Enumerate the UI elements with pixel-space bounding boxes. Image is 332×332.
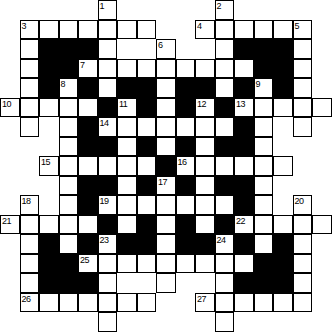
clue-number: 15	[41, 157, 50, 167]
cell-11-16[interactable]	[312, 215, 332, 235]
block-12-10	[195, 234, 215, 254]
cell-6-3[interactable]	[59, 117, 79, 137]
void-6-16	[312, 117, 332, 137]
block-7-11	[215, 137, 235, 157]
cell-11-3[interactable]	[59, 215, 79, 235]
clue-number: 2	[217, 1, 222, 11]
clue-number: 14	[100, 118, 109, 128]
block-14-4	[78, 273, 98, 293]
void-7-15	[293, 137, 313, 157]
cell-15-15[interactable]	[293, 293, 313, 313]
cell-6-1[interactable]	[20, 117, 40, 137]
cell-3-7[interactable]	[137, 59, 157, 79]
void-16-3	[59, 312, 79, 332]
cell-5-13[interactable]	[254, 98, 274, 118]
clue-number: 13	[236, 99, 245, 109]
cell-8-12[interactable]	[234, 156, 254, 176]
cell-10-5[interactable]: 19	[98, 195, 118, 215]
cell-14-8[interactable]	[156, 273, 176, 293]
cell-15-13[interactable]	[254, 293, 274, 313]
block-5-11	[215, 98, 235, 118]
cell-3-11[interactable]	[215, 59, 235, 79]
block-2-12	[234, 39, 254, 59]
void-2-9	[176, 39, 196, 59]
block-7-4	[78, 137, 98, 157]
cell-14-15[interactable]	[293, 273, 313, 293]
block-4-4	[78, 78, 98, 98]
cell-3-6[interactable]	[117, 59, 137, 79]
cell-4-13[interactable]: 9	[254, 78, 274, 98]
void-9-0	[0, 176, 20, 196]
cell-15-5[interactable]	[98, 293, 118, 313]
cell-13-5[interactable]	[98, 254, 118, 274]
cell-13-1[interactable]	[20, 254, 40, 274]
cell-13-15[interactable]	[293, 254, 313, 274]
cell-9-13[interactable]	[254, 176, 274, 196]
void-16-7	[137, 312, 157, 332]
void-3-0	[0, 59, 20, 79]
cell-11-14[interactable]	[273, 215, 293, 235]
cell-5-3[interactable]	[59, 98, 79, 118]
cell-14-1[interactable]	[20, 273, 40, 293]
cell-2-8[interactable]: 6	[156, 39, 176, 59]
block-7-5	[98, 137, 118, 157]
cell-6-8[interactable]	[156, 117, 176, 137]
block-7-9	[176, 137, 196, 157]
cell-9-10[interactable]	[195, 176, 215, 196]
void-0-0	[0, 0, 20, 20]
block-6-12	[234, 117, 254, 137]
cell-15-2[interactable]	[39, 293, 59, 313]
cell-1-14[interactable]	[273, 20, 293, 40]
cell-5-4[interactable]	[78, 98, 98, 118]
cell-1-5[interactable]	[98, 20, 118, 40]
void-14-9	[176, 273, 196, 293]
cell-0-5[interactable]: 1	[98, 0, 118, 20]
cell-16-11[interactable]	[215, 312, 235, 332]
cell-5-14[interactable]	[273, 98, 293, 118]
block-12-14	[273, 234, 293, 254]
void-0-15	[293, 0, 313, 20]
void-15-16	[312, 293, 332, 313]
block-13-13	[254, 254, 274, 274]
block-14-3	[59, 273, 79, 293]
cell-16-5[interactable]	[98, 312, 118, 332]
block-5-9	[176, 98, 196, 118]
cell-6-11[interactable]	[215, 117, 235, 137]
cell-13-7[interactable]	[137, 254, 157, 274]
block-11-5	[98, 215, 118, 235]
void-6-14	[273, 117, 293, 137]
cell-7-13[interactable]	[254, 137, 274, 157]
cell-6-10[interactable]	[195, 117, 215, 137]
void-10-14	[273, 195, 293, 215]
cell-12-15[interactable]	[293, 234, 313, 254]
void-9-16	[312, 176, 332, 196]
void-16-8	[156, 312, 176, 332]
block-11-9	[176, 215, 196, 235]
cell-13-12[interactable]	[234, 254, 254, 274]
void-7-2	[39, 137, 59, 157]
cell-0-11[interactable]: 2	[215, 0, 235, 20]
void-2-10	[195, 39, 215, 59]
cell-13-11[interactable]	[215, 254, 235, 274]
cell-10-7[interactable]	[137, 195, 157, 215]
void-16-9	[176, 312, 196, 332]
void-0-1	[20, 0, 40, 20]
void-7-0	[0, 137, 20, 157]
cell-12-11[interactable]: 24	[215, 234, 235, 254]
cell-8-5[interactable]	[98, 156, 118, 176]
block-7-7	[137, 137, 157, 157]
block-4-2	[39, 78, 59, 98]
block-13-2	[39, 254, 59, 274]
void-8-0	[0, 156, 20, 176]
void-6-0	[0, 117, 20, 137]
block-3-13	[254, 59, 274, 79]
void-0-14	[273, 0, 293, 20]
cell-4-11[interactable]	[215, 78, 235, 98]
clue-number: 3	[22, 21, 27, 31]
block-9-5	[98, 176, 118, 196]
void-10-2	[39, 195, 59, 215]
clue-number: 1	[100, 1, 105, 11]
cell-13-10[interactable]	[195, 254, 215, 274]
cell-13-8[interactable]	[156, 254, 176, 274]
cell-4-3[interactable]: 8	[59, 78, 79, 98]
cell-3-9[interactable]	[176, 59, 196, 79]
cell-11-6[interactable]	[117, 215, 137, 235]
block-9-12	[234, 176, 254, 196]
void-16-10	[195, 312, 215, 332]
clue-number: 20	[295, 196, 304, 206]
cell-1-2[interactable]	[39, 20, 59, 40]
cell-9-8[interactable]: 17	[156, 176, 176, 196]
clue-number: 6	[158, 40, 163, 50]
cell-11-10[interactable]	[195, 215, 215, 235]
cell-12-8[interactable]	[156, 234, 176, 254]
cell-3-5[interactable]	[98, 59, 118, 79]
clue-number: 24	[217, 235, 226, 245]
block-14-12	[234, 273, 254, 293]
block-10-4	[78, 195, 98, 215]
block-4-14	[273, 78, 293, 98]
void-1-16	[312, 20, 332, 40]
void-0-6	[117, 0, 137, 20]
cell-4-5[interactable]	[98, 78, 118, 98]
void-0-7	[137, 0, 157, 20]
cell-13-4[interactable]: 25	[78, 254, 98, 274]
void-1-8	[156, 20, 176, 40]
cell-14-5[interactable]	[98, 273, 118, 293]
block-12-6	[117, 234, 137, 254]
cell-1-6[interactable]	[117, 20, 137, 40]
clue-number: 16	[178, 157, 187, 167]
cell-15-7[interactable]	[137, 293, 157, 313]
void-0-4	[78, 0, 98, 20]
cell-5-6[interactable]: 11	[117, 98, 137, 118]
void-9-15	[293, 176, 313, 196]
cell-7-6[interactable]	[117, 137, 137, 157]
clue-number: 9	[256, 79, 261, 89]
block-11-7	[137, 215, 157, 235]
cell-4-8[interactable]	[156, 78, 176, 98]
cell-3-15[interactable]	[293, 59, 313, 79]
block-3-3	[59, 59, 79, 79]
block-9-4	[78, 176, 98, 196]
block-12-7	[137, 234, 157, 254]
cell-5-16[interactable]	[312, 98, 332, 118]
cell-15-1[interactable]: 26	[20, 293, 40, 313]
cell-1-3[interactable]	[59, 20, 79, 40]
cell-8-6[interactable]	[117, 156, 137, 176]
block-14-13	[254, 273, 274, 293]
cell-12-1[interactable]	[20, 234, 40, 254]
block-13-3	[59, 254, 79, 274]
cell-3-1[interactable]	[20, 59, 40, 79]
void-7-1	[20, 137, 40, 157]
void-2-0	[0, 39, 20, 59]
cell-6-13[interactable]	[254, 117, 274, 137]
clue-number: 25	[80, 255, 89, 265]
void-16-1	[20, 312, 40, 332]
void-0-12	[234, 0, 254, 20]
cell-11-12[interactable]: 22	[234, 215, 254, 235]
cell-8-11[interactable]	[215, 156, 235, 176]
void-0-9	[176, 0, 196, 20]
block-2-2	[39, 39, 59, 59]
void-9-14	[273, 176, 293, 196]
clue-number: 10	[2, 99, 11, 109]
cell-2-1[interactable]	[20, 39, 40, 59]
void-0-10	[195, 0, 215, 20]
block-11-11	[215, 215, 235, 235]
cell-15-6[interactable]	[117, 293, 137, 313]
block-4-7	[137, 78, 157, 98]
block-2-3	[59, 39, 79, 59]
clue-number: 18	[22, 196, 31, 206]
cell-1-10[interactable]: 4	[195, 20, 215, 40]
void-15-8	[156, 293, 176, 313]
cell-6-15[interactable]	[293, 117, 313, 137]
cell-1-11[interactable]	[215, 20, 235, 40]
void-6-2	[39, 117, 59, 137]
void-14-10	[195, 273, 215, 293]
void-7-16	[312, 137, 332, 157]
cell-2-15[interactable]	[293, 39, 313, 59]
cell-3-4[interactable]: 7	[78, 59, 98, 79]
cell-9-6[interactable]	[117, 176, 137, 196]
cell-11-2[interactable]	[39, 215, 59, 235]
clue-number: 12	[197, 99, 206, 109]
block-4-9	[176, 78, 196, 98]
block-5-7	[137, 98, 157, 118]
cell-6-5[interactable]: 14	[98, 117, 118, 137]
cell-7-10[interactable]	[195, 137, 215, 157]
block-5-5	[98, 98, 118, 118]
block-3-2	[39, 59, 59, 79]
void-16-4	[78, 312, 98, 332]
clue-number: 27	[197, 294, 206, 304]
void-14-16	[312, 273, 332, 293]
cell-8-14[interactable]	[273, 156, 293, 176]
cell-7-3[interactable]	[59, 137, 79, 157]
void-12-0	[0, 234, 20, 254]
cell-15-12[interactable]	[234, 293, 254, 313]
void-1-9	[176, 20, 196, 40]
cell-3-12[interactable]	[234, 59, 254, 79]
cell-11-1[interactable]	[20, 215, 40, 235]
block-13-14	[273, 254, 293, 274]
cell-13-6[interactable]	[117, 254, 137, 274]
void-16-2	[39, 312, 59, 332]
clue-number: 19	[100, 196, 109, 206]
cell-8-13[interactable]	[254, 156, 274, 176]
cell-6-6[interactable]	[117, 117, 137, 137]
cell-8-7[interactable]	[137, 156, 157, 176]
void-15-0	[0, 293, 20, 313]
void-0-13	[254, 0, 274, 20]
cell-10-1[interactable]: 18	[20, 195, 40, 215]
cell-8-4[interactable]	[78, 156, 98, 176]
clue-number: 21	[2, 216, 11, 226]
cell-11-15[interactable]	[293, 215, 313, 235]
cell-6-7[interactable]	[137, 117, 157, 137]
void-16-12	[234, 312, 254, 332]
cell-8-2[interactable]: 15	[39, 156, 59, 176]
void-2-6	[117, 39, 137, 59]
block-12-4	[78, 234, 98, 254]
cell-11-0[interactable]: 21	[0, 215, 20, 235]
cell-1-7[interactable]	[137, 20, 157, 40]
cell-4-15[interactable]	[293, 78, 313, 98]
cell-8-9[interactable]: 16	[176, 156, 196, 176]
cell-1-4[interactable]	[78, 20, 98, 40]
block-9-9	[176, 176, 196, 196]
cell-5-0[interactable]: 10	[0, 98, 20, 118]
clue-number: 23	[100, 235, 109, 245]
cell-2-11[interactable]	[215, 39, 235, 59]
block-2-14	[273, 39, 293, 59]
cell-5-1[interactable]	[20, 98, 40, 118]
void-8-1	[20, 156, 40, 176]
cell-10-3[interactable]	[59, 195, 79, 215]
cell-1-15[interactable]: 5	[293, 20, 313, 40]
cell-12-3[interactable]	[59, 234, 79, 254]
cell-5-12[interactable]: 13	[234, 98, 254, 118]
clue-number: 4	[197, 21, 202, 31]
block-4-6	[117, 78, 137, 98]
block-2-13	[254, 39, 274, 59]
block-12-2	[39, 234, 59, 254]
cell-10-11[interactable]	[215, 195, 235, 215]
void-0-8	[156, 0, 176, 20]
void-16-14	[273, 312, 293, 332]
void-16-13	[254, 312, 274, 332]
cell-15-4[interactable]	[78, 293, 98, 313]
void-16-6	[117, 312, 137, 332]
void-4-16	[312, 78, 332, 98]
void-14-6	[117, 273, 137, 293]
cell-4-1[interactable]	[20, 78, 40, 98]
block-3-14	[273, 59, 293, 79]
void-14-7	[137, 273, 157, 293]
cell-10-8[interactable]	[156, 195, 176, 215]
cell-5-8[interactable]	[156, 98, 176, 118]
void-1-0	[0, 20, 20, 40]
cell-5-10[interactable]: 12	[195, 98, 215, 118]
block-4-10	[195, 78, 215, 98]
block-8-8	[156, 156, 176, 176]
cell-2-5[interactable]	[98, 39, 118, 59]
cell-11-4[interactable]	[78, 215, 98, 235]
void-12-16	[312, 234, 332, 254]
void-3-16	[312, 59, 332, 79]
cell-13-9[interactable]	[176, 254, 196, 274]
cell-1-13[interactable]	[254, 20, 274, 40]
void-8-15	[293, 156, 313, 176]
void-16-0	[0, 312, 20, 332]
block-14-2	[39, 273, 59, 293]
cell-10-9[interactable]	[176, 195, 196, 215]
block-7-12	[234, 137, 254, 157]
void-13-0	[0, 254, 20, 274]
cell-15-10[interactable]: 27	[195, 293, 215, 313]
cell-6-9[interactable]	[176, 117, 196, 137]
void-9-2	[39, 176, 59, 196]
cell-15-3[interactable]	[59, 293, 79, 313]
cell-10-6[interactable]	[117, 195, 137, 215]
cell-3-8[interactable]	[156, 59, 176, 79]
void-10-0	[0, 195, 20, 215]
cell-15-14[interactable]	[273, 293, 293, 313]
clue-number: 5	[295, 21, 300, 31]
cell-9-3[interactable]	[59, 176, 79, 196]
cell-10-10[interactable]	[195, 195, 215, 215]
block-9-7	[137, 176, 157, 196]
cell-8-10[interactable]	[195, 156, 215, 176]
cell-3-10[interactable]	[195, 59, 215, 79]
void-15-9	[176, 293, 196, 313]
cell-15-11[interactable]	[215, 293, 235, 313]
cell-5-15[interactable]	[293, 98, 313, 118]
block-2-4	[78, 39, 98, 59]
void-14-0	[0, 273, 20, 293]
cell-1-12[interactable]	[234, 20, 254, 40]
cell-7-8[interactable]	[156, 137, 176, 157]
cell-11-8[interactable]	[156, 215, 176, 235]
void-13-16	[312, 254, 332, 274]
cell-8-3[interactable]	[59, 156, 79, 176]
block-10-12	[234, 195, 254, 215]
void-0-3	[59, 0, 79, 20]
cell-5-2[interactable]	[39, 98, 59, 118]
cell-1-1[interactable]: 3	[20, 20, 40, 40]
cell-10-13[interactable]	[254, 195, 274, 215]
block-6-4	[78, 117, 98, 137]
cell-12-5[interactable]: 23	[98, 234, 118, 254]
cell-10-15[interactable]: 20	[293, 195, 313, 215]
void-0-2	[39, 0, 59, 20]
cell-14-11[interactable]	[215, 273, 235, 293]
cell-12-13[interactable]	[254, 234, 274, 254]
cell-11-13[interactable]	[254, 215, 274, 235]
clue-number: 26	[22, 294, 31, 304]
void-0-16	[312, 0, 332, 20]
void-16-15	[293, 312, 313, 332]
block-12-9	[176, 234, 196, 254]
block-14-14	[273, 273, 293, 293]
